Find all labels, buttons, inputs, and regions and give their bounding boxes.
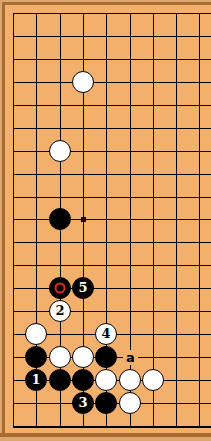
stone-white (25, 323, 47, 345)
grid-line-horizontal (13, 105, 211, 106)
grid-line-horizontal (13, 174, 211, 175)
go-board-diagram: a52413 (0, 0, 211, 441)
grid-line-horizontal (13, 82, 211, 83)
stone-white (49, 140, 71, 162)
move-number: 3 (78, 393, 87, 413)
move-number: 5 (78, 278, 87, 298)
point-label-a: a (123, 350, 138, 365)
grid-line-vertical (153, 13, 154, 428)
grid-line-vertical (199, 13, 200, 428)
stone-black (95, 346, 117, 368)
stone-white (119, 392, 141, 414)
stone-white (72, 71, 94, 93)
grid-line-horizontal (13, 36, 211, 37)
stone-black (25, 346, 47, 368)
grid-line-horizontal (13, 219, 211, 220)
grid-line-vertical (13, 13, 14, 428)
grid-line-vertical (130, 13, 131, 428)
grid-line-horizontal (13, 265, 211, 266)
stone-black (72, 369, 94, 391)
grid-line-horizontal (13, 242, 211, 243)
move-number: 2 (55, 301, 64, 321)
stone-black-circled (49, 277, 71, 299)
stone-black (49, 369, 71, 391)
stone-white (119, 369, 141, 391)
stone-black (49, 208, 71, 230)
move-number: 4 (101, 324, 110, 344)
stone-black-move-5: 5 (72, 277, 94, 299)
stone-white-move-2: 2 (49, 300, 71, 322)
grid-line-horizontal (13, 426, 211, 428)
red-circle-mark (55, 283, 66, 294)
stone-white (95, 369, 117, 391)
stone-black-move-3: 3 (72, 392, 94, 414)
move-number: 1 (31, 370, 40, 390)
stone-white (49, 346, 71, 368)
grid-line-vertical (176, 13, 177, 428)
stone-black-move-1: 1 (25, 369, 47, 391)
grid-line-horizontal (13, 311, 211, 312)
grid-line-horizontal (13, 59, 211, 60)
stone-black (95, 392, 117, 414)
grid-line-horizontal (13, 197, 211, 198)
stone-white (142, 369, 164, 391)
stone-white-move-4: 4 (95, 323, 117, 345)
board-grid: a52413 (0, 0, 211, 441)
star-point (81, 217, 86, 222)
grid-line-horizontal (13, 151, 211, 152)
grid-line-horizontal (13, 288, 211, 289)
stone-white (72, 346, 94, 368)
grid-line-horizontal (13, 13, 211, 14)
grid-line-horizontal (13, 128, 211, 129)
